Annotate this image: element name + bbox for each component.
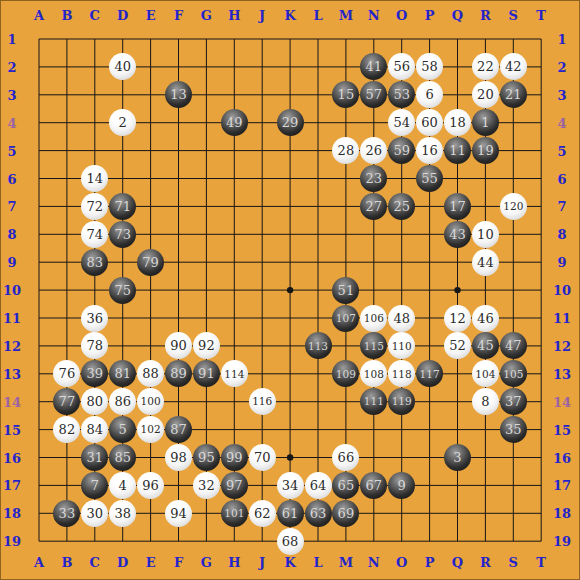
move-number: 90: [170, 339, 187, 352]
black-stone-113-L12: 113: [305, 332, 332, 359]
move-number: 110: [392, 341, 412, 352]
move-number: 81: [114, 367, 131, 380]
move-number: 111: [364, 396, 384, 407]
row-label-left-6: 6: [7, 171, 16, 186]
row-label-right-15: 15: [553, 422, 571, 437]
move-number: 55: [421, 172, 438, 185]
move-number: 120: [503, 201, 523, 212]
black-stone-37-S14: 37: [500, 388, 527, 415]
row-label-right-1: 1: [557, 32, 566, 47]
move-number: 58: [421, 60, 438, 73]
black-stone-67-N17: 67: [360, 472, 387, 499]
black-stone-75-D10: 75: [109, 277, 136, 304]
col-label-top-M: M: [339, 8, 353, 23]
black-stone-3-Q16: 3: [444, 444, 471, 471]
move-number: 116: [252, 396, 272, 407]
move-number: 52: [449, 339, 466, 352]
move-number: 25: [393, 200, 410, 213]
black-stone-7-C17: 7: [81, 472, 108, 499]
move-number: 34: [282, 479, 299, 492]
move-number: 80: [87, 395, 104, 408]
move-number: 1: [481, 116, 489, 129]
black-stone-95-G16: 95: [193, 444, 220, 471]
black-stone-107-M11: 107: [332, 305, 359, 332]
black-stone-61-K18: 61: [277, 500, 304, 527]
white-stone-36-C11: 36: [81, 305, 108, 332]
col-label-bottom-B: B: [61, 555, 72, 570]
move-number: 86: [114, 395, 131, 408]
move-number: 61: [282, 507, 299, 520]
move-number: 48: [393, 312, 410, 325]
move-number: 114: [224, 369, 244, 380]
col-label-top-H: H: [228, 8, 240, 23]
white-stone-12-Q11: 12: [444, 305, 471, 332]
black-stone-9-O17: 9: [388, 472, 415, 499]
col-label-top-K: K: [284, 8, 295, 23]
white-stone-114-H13: 114: [221, 360, 248, 387]
col-label-bottom-D: D: [117, 555, 128, 570]
row-label-right-14: 14: [553, 394, 571, 409]
col-label-bottom-K: K: [284, 555, 295, 570]
col-label-bottom-N: N: [368, 555, 380, 570]
row-label-left-5: 5: [7, 143, 16, 158]
col-label-bottom-L: L: [313, 555, 322, 570]
move-number: 106: [364, 313, 384, 324]
col-label-top-L: L: [313, 8, 322, 23]
row-label-right-9: 9: [557, 255, 566, 270]
row-label-left-13: 13: [3, 366, 21, 381]
row-label-left-16: 16: [3, 450, 21, 465]
move-number: 101: [224, 508, 244, 519]
white-stone-116-J14: 116: [249, 388, 276, 415]
move-number: 95: [198, 451, 215, 464]
col-label-bottom-A: A: [34, 555, 44, 570]
move-number: 109: [336, 369, 356, 380]
move-number: 70: [254, 451, 271, 464]
move-number: 8: [481, 395, 489, 408]
move-number: 60: [421, 116, 438, 129]
move-number: 4: [119, 479, 127, 492]
row-label-right-16: 16: [553, 450, 571, 465]
col-label-top-B: B: [61, 8, 72, 23]
move-number: 79: [142, 256, 159, 269]
move-number: 88: [142, 367, 159, 380]
white-stone-70-J16: 70: [249, 444, 276, 471]
black-stone-19-R5: 19: [472, 137, 499, 164]
move-number: 85: [114, 451, 131, 464]
move-number: 92: [198, 339, 215, 352]
white-stone-120-S7: 120: [500, 193, 527, 220]
white-stone-68-K19: 68: [277, 528, 304, 555]
col-label-top-N: N: [368, 8, 380, 23]
move-number: 84: [87, 423, 104, 436]
move-number: 73: [114, 228, 131, 241]
col-label-top-D: D: [117, 8, 128, 23]
row-label-left-15: 15: [3, 422, 21, 437]
black-stone-33-B18: 33: [53, 500, 80, 527]
white-stone-104-R13: 104: [472, 360, 499, 387]
move-number: 51: [338, 284, 355, 297]
col-label-top-P: P: [425, 8, 435, 23]
black-stone-83-C9: 83: [81, 249, 108, 276]
move-number: 65: [338, 479, 355, 492]
move-number: 102: [141, 424, 161, 435]
row-label-left-2: 2: [7, 59, 16, 74]
black-stone-29-K4: 29: [277, 109, 304, 136]
move-number: 26: [366, 144, 383, 157]
row-label-right-7: 7: [557, 199, 566, 214]
col-label-bottom-M: M: [339, 555, 353, 570]
move-number: 105: [503, 369, 523, 380]
col-label-top-A: A: [34, 8, 44, 23]
black-stone-101-H18: 101: [221, 500, 248, 527]
move-number: 117: [420, 369, 440, 380]
move-number: 71: [114, 200, 131, 213]
white-stone-42-S2: 42: [500, 53, 527, 80]
row-label-right-18: 18: [553, 506, 571, 521]
move-number: 46: [477, 312, 494, 325]
go-board-diagram: AABBCCDDEEFFGGHHJJKKLLMMNNOOPPQQRRSSTT11…: [0, 0, 580, 580]
black-stone-63-L18: 63: [305, 500, 332, 527]
row-label-left-1: 1: [7, 32, 16, 47]
move-number: 33: [59, 507, 76, 520]
col-label-top-C: C: [90, 8, 100, 23]
col-label-bottom-O: O: [396, 555, 407, 570]
white-stone-8-R14: 8: [472, 388, 499, 415]
col-label-top-E: E: [146, 8, 156, 23]
white-stone-30-C18: 30: [81, 500, 108, 527]
row-label-right-17: 17: [553, 478, 571, 493]
move-number: 18: [449, 116, 466, 129]
col-label-bottom-Q: Q: [452, 555, 463, 570]
white-stone-94-F18: 94: [165, 500, 192, 527]
black-stone-51-M10: 51: [332, 277, 359, 304]
row-label-left-8: 8: [7, 227, 16, 242]
move-number: 107: [336, 313, 356, 324]
row-label-left-17: 17: [3, 478, 21, 493]
white-stone-106-N11: 106: [360, 305, 387, 332]
col-label-bottom-C: C: [90, 555, 100, 570]
move-number: 41: [366, 60, 383, 73]
move-number: 15: [338, 88, 355, 101]
move-number: 115: [364, 341, 384, 352]
move-number: 42: [505, 60, 522, 73]
black-stone-87-F15: 87: [165, 416, 192, 443]
move-number: 100: [141, 396, 161, 407]
move-number: 67: [366, 479, 383, 492]
col-label-bottom-S: S: [509, 555, 518, 570]
move-number: 16: [421, 144, 438, 157]
move-number: 56: [393, 60, 410, 73]
move-number: 12: [449, 312, 466, 325]
move-number: 74: [87, 228, 104, 241]
white-stone-62-J18: 62: [249, 500, 276, 527]
white-stone-16-P5: 16: [416, 137, 443, 164]
black-stone-91-G13: 91: [193, 360, 220, 387]
move-number: 31: [87, 451, 104, 464]
move-number: 98: [170, 451, 187, 464]
move-number: 39: [87, 367, 104, 380]
black-stone-97-H17: 97: [221, 472, 248, 499]
white-stone-18-Q4: 18: [444, 109, 471, 136]
white-stone-20-R3: 20: [472, 81, 499, 108]
black-stone-21-S3: 21: [500, 81, 527, 108]
move-number: 19: [477, 144, 494, 157]
move-number: 49: [226, 116, 243, 129]
black-stone-69-M18: 69: [332, 500, 359, 527]
move-number: 118: [392, 369, 412, 380]
move-number: 10: [477, 228, 494, 241]
move-number: 94: [170, 507, 187, 520]
move-number: 72: [87, 200, 104, 213]
move-number: 97: [226, 479, 243, 492]
col-label-top-O: O: [396, 8, 407, 23]
black-stone-27-N7: 27: [360, 193, 387, 220]
white-stone-64-L17: 64: [305, 472, 332, 499]
row-label-left-7: 7: [7, 199, 16, 214]
row-label-left-9: 9: [7, 255, 16, 270]
row-label-right-6: 6: [557, 171, 566, 186]
move-number: 96: [142, 479, 159, 492]
col-label-top-T: T: [536, 8, 546, 23]
black-stone-73-D8: 73: [109, 221, 136, 248]
move-number: 59: [393, 144, 410, 157]
move-number: 38: [114, 507, 131, 520]
white-stone-74-C8: 74: [81, 221, 108, 248]
row-label-right-13: 13: [553, 366, 571, 381]
row-label-right-12: 12: [553, 338, 571, 353]
move-number: 66: [338, 451, 355, 464]
black-stone-17-Q7: 17: [444, 193, 471, 220]
black-stone-11-Q5: 11: [444, 137, 471, 164]
move-number: 104: [475, 369, 495, 380]
col-label-bottom-J: J: [259, 555, 265, 570]
move-number: 44: [477, 256, 494, 269]
black-stone-85-D16: 85: [109, 444, 136, 471]
row-label-right-5: 5: [557, 143, 566, 158]
move-number: 2: [119, 116, 127, 129]
move-number: 54: [393, 116, 410, 129]
move-number: 7: [91, 479, 99, 492]
row-label-right-4: 4: [557, 115, 566, 130]
black-stone-79-E9: 79: [137, 249, 164, 276]
move-number: 14: [87, 172, 104, 185]
black-stone-25-O7: 25: [388, 193, 415, 220]
move-number: 17: [449, 200, 466, 213]
black-stone-71-D7: 71: [109, 193, 136, 220]
row-label-left-11: 11: [3, 311, 21, 326]
move-number: 22: [477, 60, 494, 73]
row-label-left-14: 14: [3, 394, 21, 409]
white-stone-46-R11: 46: [472, 305, 499, 332]
move-number: 89: [170, 367, 187, 380]
white-stone-48-O11: 48: [388, 305, 415, 332]
col-label-bottom-H: H: [228, 555, 240, 570]
move-number: 68: [282, 535, 299, 548]
col-label-bottom-F: F: [174, 555, 183, 570]
move-number: 53: [393, 88, 410, 101]
row-label-right-8: 8: [557, 227, 566, 242]
move-number: 57: [366, 88, 383, 101]
white-stone-102-E15: 102: [137, 416, 164, 443]
row-label-left-3: 3: [7, 87, 16, 102]
move-number: 45: [477, 339, 494, 352]
col-label-bottom-G: G: [201, 555, 212, 570]
move-number: 113: [308, 341, 328, 352]
white-stone-38-D18: 38: [109, 500, 136, 527]
move-number: 69: [338, 507, 355, 520]
col-label-top-J: J: [259, 8, 265, 23]
col-label-top-G: G: [201, 8, 212, 23]
white-stone-44-R9: 44: [472, 249, 499, 276]
row-label-right-19: 19: [553, 534, 571, 549]
move-number: 11: [449, 144, 466, 157]
move-number: 28: [338, 144, 355, 157]
white-stone-10-R8: 10: [472, 221, 499, 248]
move-number: 82: [59, 423, 76, 436]
move-number: 47: [505, 339, 522, 352]
move-number: 64: [310, 479, 327, 492]
move-number: 27: [366, 200, 383, 213]
move-number: 5: [119, 423, 127, 436]
move-number: 78: [87, 339, 104, 352]
move-number: 30: [87, 507, 104, 520]
move-number: 9: [398, 479, 406, 492]
move-number: 99: [226, 451, 243, 464]
row-label-right-10: 10: [553, 283, 571, 298]
black-stone-55-P6: 55: [416, 165, 443, 192]
black-stone-1-R4: 1: [472, 109, 499, 136]
move-number: 21: [505, 88, 522, 101]
row-label-right-2: 2: [557, 59, 566, 74]
col-label-top-F: F: [174, 8, 183, 23]
row-label-left-10: 10: [3, 283, 21, 298]
white-stone-72-C7: 72: [81, 193, 108, 220]
move-number: 6: [425, 88, 433, 101]
row-label-left-4: 4: [7, 115, 16, 130]
move-number: 32: [198, 479, 215, 492]
black-stone-49-H4: 49: [221, 109, 248, 136]
row-label-left-18: 18: [3, 506, 21, 521]
col-label-top-R: R: [480, 8, 491, 23]
row-label-right-3: 3: [557, 87, 566, 102]
row-label-left-12: 12: [3, 338, 21, 353]
col-label-bottom-R: R: [480, 555, 491, 570]
col-label-top-Q: Q: [452, 8, 463, 23]
row-label-right-11: 11: [553, 311, 571, 326]
move-number: 119: [392, 396, 412, 407]
move-number: 3: [453, 451, 461, 464]
move-number: 35: [505, 423, 522, 436]
move-number: 87: [170, 423, 187, 436]
white-stone-96-E17: 96: [137, 472, 164, 499]
move-number: 108: [364, 369, 384, 380]
col-label-bottom-T: T: [536, 555, 546, 570]
white-stone-32-G17: 32: [193, 472, 220, 499]
move-number: 83: [87, 256, 104, 269]
white-stone-98-F16: 98: [165, 444, 192, 471]
col-label-top-S: S: [509, 8, 518, 23]
move-number: 63: [310, 507, 327, 520]
col-label-bottom-E: E: [146, 555, 156, 570]
black-stone-47-S12: 47: [500, 332, 527, 359]
move-number: 75: [114, 284, 131, 297]
move-number: 20: [477, 88, 494, 101]
move-number: 23: [366, 172, 383, 185]
move-number: 76: [59, 367, 76, 380]
move-number: 91: [198, 367, 215, 380]
white-stone-34-K17: 34: [277, 472, 304, 499]
black-stone-99-H16: 99: [221, 444, 248, 471]
col-label-bottom-P: P: [425, 555, 435, 570]
black-stone-35-S15: 35: [500, 416, 527, 443]
black-stone-43-Q8: 43: [444, 221, 471, 248]
white-stone-4-D17: 4: [109, 472, 136, 499]
move-number: 37: [505, 395, 522, 408]
row-label-left-19: 19: [3, 534, 21, 549]
move-number: 29: [282, 116, 299, 129]
black-stone-105-S13: 105: [500, 360, 527, 387]
move-number: 62: [254, 507, 271, 520]
move-number: 36: [87, 312, 104, 325]
move-number: 40: [114, 60, 131, 73]
move-number: 77: [59, 395, 76, 408]
move-number: 43: [449, 228, 466, 241]
move-number: 13: [170, 88, 187, 101]
